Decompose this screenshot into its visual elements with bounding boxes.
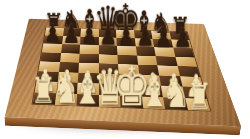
screenshot-root: ♜♞♝♛♚♝♞♜♟♟♟♟♟♟♟♟♟♟♟♟♟♟♟♟♜♞♝♛♚♝♞♜ [0,0,250,139]
board-field: ♜♞♝♛♚♝♞♜♟♟♟♟♟♟♟♟♟♟♟♟♟♟♟♟♜♞♝♛♚♝♞♜ [33,28,210,111]
white-rook-h1[interactable]: ♜ [183,54,215,110]
scene-viewport: ♜♞♝♛♚♝♞♜♟♟♟♟♟♟♟♟♟♟♟♟♟♟♟♟♜♞♝♛♚♝♞♜ [0,0,250,139]
square-h1[interactable]: ♜ [185,98,210,111]
chessboard: ♜♞♝♛♚♝♞♜♟♟♟♟♟♟♟♟♟♟♟♟♟♟♟♟♜♞♝♛♚♝♞♜ [5,19,241,127]
board-front-edge [5,117,241,135]
black-pawn-h7[interactable]: ♟ [169,1,195,48]
